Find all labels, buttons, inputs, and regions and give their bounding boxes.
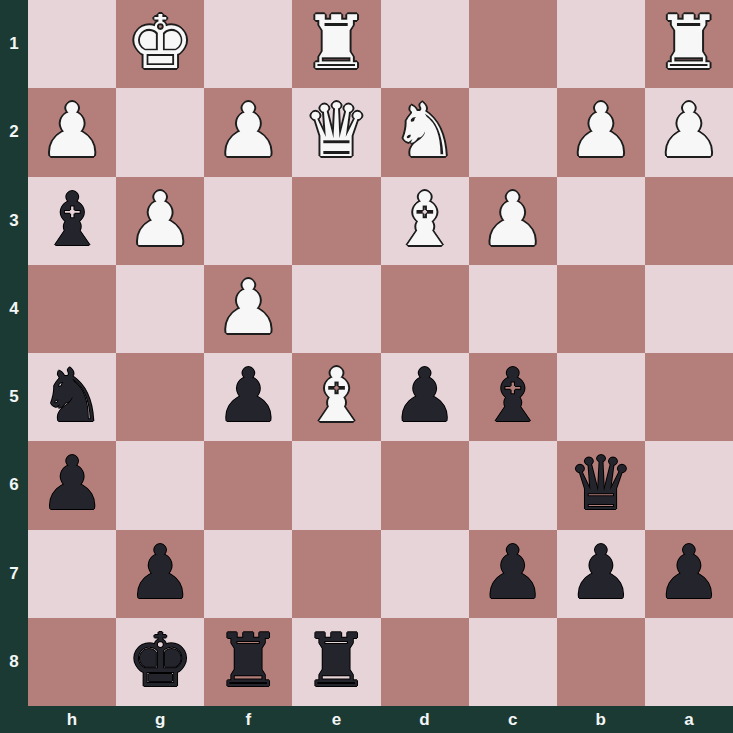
file-label-g: g: [116, 706, 204, 733]
square-e4[interactable]: [292, 265, 380, 353]
rank-label-4: 4: [0, 265, 28, 353]
file-label-h: h: [28, 706, 116, 733]
square-b5[interactable]: [557, 353, 645, 441]
white-pawn-piece[interactable]: ♟: [215, 93, 281, 167]
square-b6[interactable]: ♛: [557, 441, 645, 529]
file-label-b: b: [557, 706, 645, 733]
square-e8[interactable]: ♜: [292, 618, 380, 706]
file-label-a: a: [645, 706, 733, 733]
rank-label-1: 1: [0, 0, 28, 88]
square-d1[interactable]: [381, 0, 469, 88]
square-g6[interactable]: [116, 441, 204, 529]
square-a6[interactable]: [645, 441, 733, 529]
file-label-f: f: [204, 706, 292, 733]
square-a8[interactable]: [645, 618, 733, 706]
square-a3[interactable]: [645, 177, 733, 265]
square-h3[interactable]: ♝: [28, 177, 116, 265]
square-g1[interactable]: ♚: [116, 0, 204, 88]
rank-label-7: 7: [0, 530, 28, 618]
white-rook-piece[interactable]: ♜: [656, 5, 722, 79]
square-c6[interactable]: [469, 441, 557, 529]
black-bishop-piece[interactable]: ♝: [480, 358, 546, 432]
black-pawn-piece[interactable]: ♟: [39, 446, 105, 520]
square-b3[interactable]: [557, 177, 645, 265]
white-pawn-piece[interactable]: ♟: [127, 182, 193, 256]
square-d2[interactable]: ♞: [381, 88, 469, 176]
black-queen-piece[interactable]: ♛: [568, 446, 634, 520]
square-d5[interactable]: ♟: [381, 353, 469, 441]
square-c5[interactable]: ♝: [469, 353, 557, 441]
square-c7[interactable]: ♟: [469, 530, 557, 618]
square-g5[interactable]: [116, 353, 204, 441]
black-king-piece[interactable]: ♚: [127, 623, 193, 697]
black-pawn-piece[interactable]: ♟: [656, 535, 722, 609]
white-bishop-piece[interactable]: ♝: [391, 182, 457, 256]
square-c2[interactable]: [469, 88, 557, 176]
white-rook-piece[interactable]: ♜: [303, 5, 369, 79]
square-f3[interactable]: [204, 177, 292, 265]
square-b4[interactable]: [557, 265, 645, 353]
black-knight-piece[interactable]: ♞: [39, 358, 105, 432]
rank-label-3: 3: [0, 177, 28, 265]
square-f6[interactable]: [204, 441, 292, 529]
square-a5[interactable]: [645, 353, 733, 441]
square-f1[interactable]: [204, 0, 292, 88]
square-d8[interactable]: [381, 618, 469, 706]
black-bishop-piece[interactable]: ♝: [39, 182, 105, 256]
square-h8[interactable]: [28, 618, 116, 706]
square-g3[interactable]: ♟: [116, 177, 204, 265]
file-label-e: e: [292, 706, 380, 733]
square-c8[interactable]: [469, 618, 557, 706]
square-f4[interactable]: ♟: [204, 265, 292, 353]
rank-label-2: 2: [0, 88, 28, 176]
white-pawn-piece[interactable]: ♟: [656, 93, 722, 167]
square-e6[interactable]: [292, 441, 380, 529]
rank-label-5: 5: [0, 353, 28, 441]
black-pawn-piece[interactable]: ♟: [480, 535, 546, 609]
square-a4[interactable]: [645, 265, 733, 353]
rank-label-8: 8: [0, 618, 28, 706]
square-h7[interactable]: [28, 530, 116, 618]
board-corner: [0, 706, 28, 733]
square-c4[interactable]: [469, 265, 557, 353]
square-e2[interactable]: ♛: [292, 88, 380, 176]
square-g8[interactable]: ♚: [116, 618, 204, 706]
square-c1[interactable]: [469, 0, 557, 88]
square-g4[interactable]: [116, 265, 204, 353]
white-pawn-piece[interactable]: ♟: [480, 182, 546, 256]
white-pawn-piece[interactable]: ♟: [215, 270, 281, 344]
square-a1[interactable]: ♜: [645, 0, 733, 88]
square-d7[interactable]: [381, 530, 469, 618]
square-a7[interactable]: ♟: [645, 530, 733, 618]
square-h2[interactable]: ♟: [28, 88, 116, 176]
square-d4[interactable]: [381, 265, 469, 353]
square-f7[interactable]: [204, 530, 292, 618]
chess-board: 1♚♜♜2♟♟♛♞♟♟3♝♟♝♟4♟5♞♟♝♟♝6♟♛7♟♟♟♟8♚♜♜hgfe…: [0, 0, 733, 733]
square-b8[interactable]: [557, 618, 645, 706]
white-knight-piece[interactable]: ♞: [391, 93, 457, 167]
square-d3[interactable]: ♝: [381, 177, 469, 265]
square-h4[interactable]: [28, 265, 116, 353]
square-c3[interactable]: ♟: [469, 177, 557, 265]
black-rook-piece[interactable]: ♜: [215, 623, 281, 697]
square-h6[interactable]: ♟: [28, 441, 116, 529]
black-pawn-piece[interactable]: ♟: [127, 535, 193, 609]
square-h1[interactable]: [28, 0, 116, 88]
black-pawn-piece[interactable]: ♟: [391, 358, 457, 432]
file-label-c: c: [469, 706, 557, 733]
square-g7[interactable]: ♟: [116, 530, 204, 618]
white-pawn-piece[interactable]: ♟: [568, 93, 634, 167]
black-pawn-piece[interactable]: ♟: [568, 535, 634, 609]
black-pawn-piece[interactable]: ♟: [215, 358, 281, 432]
square-e1[interactable]: ♜: [292, 0, 380, 88]
black-rook-piece[interactable]: ♜: [303, 623, 369, 697]
square-b7[interactable]: ♟: [557, 530, 645, 618]
white-pawn-piece[interactable]: ♟: [39, 93, 105, 167]
square-e7[interactable]: [292, 530, 380, 618]
white-king-piece[interactable]: ♚: [127, 5, 193, 79]
square-e5[interactable]: ♝: [292, 353, 380, 441]
square-f8[interactable]: ♜: [204, 618, 292, 706]
square-b1[interactable]: [557, 0, 645, 88]
rank-label-6: 6: [0, 441, 28, 529]
square-b2[interactable]: ♟: [557, 88, 645, 176]
square-e3[interactable]: [292, 177, 380, 265]
square-g2[interactable]: [116, 88, 204, 176]
white-bishop-piece[interactable]: ♝: [303, 358, 369, 432]
square-d6[interactable]: [381, 441, 469, 529]
square-a2[interactable]: ♟: [645, 88, 733, 176]
square-f5[interactable]: ♟: [204, 353, 292, 441]
white-queen-piece[interactable]: ♛: [303, 93, 369, 167]
square-f2[interactable]: ♟: [204, 88, 292, 176]
file-label-d: d: [381, 706, 469, 733]
square-h5[interactable]: ♞: [28, 353, 116, 441]
